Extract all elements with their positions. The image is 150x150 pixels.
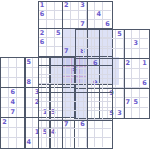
- cell-bottom-r7c6[interactable]: [87, 129, 95, 138]
- cell-right-r8c8[interactable]: [140, 108, 148, 118]
- cell-right-r3c6[interactable]: 2: [124, 59, 132, 69]
- cell-top-r0c0[interactable]: 1: [39, 2, 47, 11]
- cell-top-r4c3[interactable]: [63, 38, 71, 47]
- cell-bottom-r7c1[interactable]: [47, 129, 55, 138]
- cell-bottom-r8c6[interactable]: [87, 138, 95, 147]
- cell-bottom-r5c3[interactable]: [63, 111, 71, 120]
- cell-right-r1c8[interactable]: [140, 39, 148, 49]
- cell-bottom-r8c1[interactable]: [47, 138, 55, 147]
- cell-left-r6c1[interactable]: [9, 118, 17, 128]
- cell-right-r1c6[interactable]: [124, 39, 132, 49]
- cell-bottom-r0c6[interactable]: [87, 66, 95, 75]
- cell-left-r6c0[interactable]: 2: [1, 118, 9, 128]
- cell-right-r0c8[interactable]: [140, 30, 148, 40]
- cell-bottom-r5c4[interactable]: [71, 111, 79, 120]
- box-line: [38, 92, 113, 93]
- cell-bottom-r7c8[interactable]: [103, 129, 111, 138]
- box-line: [62, 65, 63, 149]
- cell-bottom-r0c0[interactable]: [39, 66, 47, 75]
- cell-right-r7c8[interactable]: [140, 98, 148, 108]
- cell-bottom-r7c0[interactable]: [39, 129, 47, 138]
- box-line: [87, 65, 88, 149]
- cell-right-r3c7[interactable]: [132, 59, 140, 69]
- cell-right-r3c8[interactable]: 1: [140, 59, 148, 69]
- cell-top-r0c6[interactable]: [87, 2, 95, 11]
- cell-top-r1c1[interactable]: [47, 11, 55, 20]
- cell-bottom-r6c0[interactable]: [39, 120, 47, 129]
- cell-bottom-r1c4[interactable]: [71, 75, 79, 84]
- cell-top-r3c1[interactable]: [47, 29, 55, 38]
- cell-top-r5c0[interactable]: [39, 47, 47, 56]
- cell-right-r0c4[interactable]: [108, 30, 116, 40]
- cell-top-r0c8[interactable]: [103, 2, 111, 11]
- cell-bottom-r4c7[interactable]: [95, 102, 103, 111]
- cell-left-r4c1[interactable]: 4: [9, 98, 17, 108]
- box-line: [38, 120, 113, 121]
- cell-right-r0c6[interactable]: [124, 30, 132, 40]
- cell-top-r1c6[interactable]: [87, 11, 95, 20]
- cell-right-r4c7[interactable]: [132, 69, 140, 79]
- cell-bottom-r3c6[interactable]: [87, 93, 95, 102]
- cell-right-r0c7[interactable]: [132, 30, 140, 40]
- cell-right-r5c6[interactable]: [124, 79, 132, 89]
- cell-top-r3c0[interactable]: 2: [39, 29, 47, 38]
- cell-bottom-r6c7[interactable]: [95, 120, 103, 129]
- cell-bottom-r8c4[interactable]: [71, 138, 79, 147]
- cell-bottom-r0c4[interactable]: [71, 66, 79, 75]
- cell-right-r4c6[interactable]: [124, 69, 132, 79]
- cell-bottom-r0c8[interactable]: [103, 66, 111, 75]
- cell-left-r7c1[interactable]: [9, 128, 17, 138]
- cell-left-r7c3[interactable]: [25, 128, 33, 138]
- cell-bottom-r1c6[interactable]: [87, 75, 95, 84]
- cell-right-r7c6[interactable]: 7: [124, 98, 132, 108]
- cell-bottom-r5c6[interactable]: [87, 111, 95, 120]
- cell-right-r6c8[interactable]: [140, 88, 148, 98]
- cell-left-r8c1[interactable]: [9, 138, 17, 148]
- cell-bottom-r3c7[interactable]: [95, 93, 103, 102]
- cell-bottom-r8c3[interactable]: [63, 138, 71, 147]
- cell-left-r1c1[interactable]: [9, 68, 17, 78]
- cell-left-r0c1[interactable]: [9, 58, 17, 68]
- box-line: [75, 58, 150, 59]
- cell-right-r5c7[interactable]: [132, 79, 140, 89]
- cell-left-r3c1[interactable]: 6: [9, 88, 17, 98]
- cell-bottom-r3c8[interactable]: [103, 93, 111, 102]
- cell-right-r1c0[interactable]: [76, 39, 84, 49]
- cell-left-r5c0[interactable]: [1, 108, 9, 118]
- cell-bottom-r5c0[interactable]: [39, 111, 47, 120]
- cell-top-r0c7[interactable]: [95, 2, 103, 11]
- cell-left-r8c0[interactable]: [1, 138, 9, 148]
- cell-bottom-r7c7[interactable]: [95, 129, 103, 138]
- cell-top-r4c1[interactable]: [47, 38, 55, 47]
- cell-bottom-r0c1[interactable]: [47, 66, 55, 75]
- cell-left-r7c0[interactable]: [1, 128, 9, 138]
- cell-left-r5c1[interactable]: 7: [9, 108, 17, 118]
- cell-top-r5c1[interactable]: [47, 47, 55, 56]
- cell-right-r5c8[interactable]: 6: [140, 79, 148, 89]
- cell-bottom-r3c3[interactable]: [63, 93, 71, 102]
- cell-bottom-r6c3[interactable]: 7: [63, 120, 71, 129]
- cell-bottom-r3c0[interactable]: [39, 93, 47, 102]
- cell-left-r1c0[interactable]: [1, 68, 9, 78]
- cell-bottom-r6c8[interactable]: [103, 120, 111, 129]
- cell-bottom-r4c0[interactable]: [39, 102, 47, 111]
- cell-left-r0c3[interactable]: 5: [25, 58, 33, 68]
- cell-bottom-r4c1[interactable]: [47, 102, 55, 111]
- cell-bottom-r7c3[interactable]: [63, 129, 71, 138]
- cell-bottom-r6c6[interactable]: [87, 120, 95, 129]
- cell-right-r1c1[interactable]: [84, 39, 92, 49]
- cell-bottom-r4c8[interactable]: [103, 102, 111, 111]
- cell-top-r1c0[interactable]: 6: [39, 11, 47, 20]
- cell-left-r6c3[interactable]: [25, 118, 33, 128]
- cell-right-r1c4[interactable]: [108, 39, 116, 49]
- cell-bottom-r1c3[interactable]: [63, 75, 71, 84]
- sudoku-grid-bottom: 76: [38, 65, 113, 149]
- cell-right-r1c7[interactable]: 3: [132, 39, 140, 49]
- cell-bottom-r4c4[interactable]: [71, 102, 79, 111]
- cell-bottom-r4c3[interactable]: [63, 102, 71, 111]
- cell-right-r8c6[interactable]: [124, 108, 132, 118]
- cell-bottom-r8c8[interactable]: [103, 138, 111, 147]
- cell-bottom-r0c3[interactable]: [63, 66, 71, 75]
- cell-right-r0c3[interactable]: [100, 30, 108, 40]
- cell-top-r3c3[interactable]: [63, 29, 71, 38]
- cell-bottom-r7c4[interactable]: [71, 129, 79, 138]
- puzzle-board: 1236476256789586342715215445362196975537…: [0, 0, 150, 150]
- cell-top-r1c7[interactable]: 4: [95, 11, 103, 20]
- cell-bottom-r8c7[interactable]: [95, 138, 103, 147]
- cell-left-r5c3[interactable]: [25, 108, 33, 118]
- cell-bottom-r5c8[interactable]: [103, 111, 111, 120]
- box-line: [124, 29, 125, 120]
- cell-top-r1c8[interactable]: [103, 11, 111, 20]
- cell-bottom-r6c4[interactable]: [71, 120, 79, 129]
- cell-top-r5c3[interactable]: 7: [63, 47, 71, 56]
- cell-bottom-r8c0[interactable]: [39, 138, 47, 147]
- cell-top-r0c1[interactable]: [47, 2, 55, 11]
- cell-top-r0c3[interactable]: 2: [63, 2, 71, 11]
- cell-left-r1c3[interactable]: [25, 68, 33, 78]
- cell-left-r4c0[interactable]: [1, 98, 9, 108]
- cell-top-r1c3[interactable]: [63, 11, 71, 20]
- cell-bottom-r1c0[interactable]: [39, 75, 47, 84]
- cell-top-r0c4[interactable]: [71, 2, 79, 11]
- box-line: [24, 57, 25, 149]
- cell-right-r0c0[interactable]: [76, 30, 84, 40]
- cell-right-r4c8[interactable]: [140, 69, 148, 79]
- cell-right-r6c6[interactable]: [124, 88, 132, 98]
- cell-left-r8c3[interactable]: 4: [25, 138, 33, 148]
- cell-right-r1c3[interactable]: [100, 39, 108, 49]
- cell-left-r4c3[interactable]: [25, 98, 33, 108]
- cell-bottom-r0c7[interactable]: [95, 66, 103, 75]
- cell-bottom-r6c1[interactable]: [47, 120, 55, 129]
- cell-bottom-r1c8[interactable]: [103, 75, 111, 84]
- cell-right-r6c7[interactable]: [132, 88, 140, 98]
- cell-bottom-r3c4[interactable]: [71, 93, 79, 102]
- cell-bottom-r3c1[interactable]: [47, 93, 55, 102]
- cell-top-r1c4[interactable]: [71, 11, 79, 20]
- cell-bottom-r1c1[interactable]: [47, 75, 55, 84]
- cell-top-r4c0[interactable]: 6: [39, 38, 47, 47]
- cell-bottom-r1c7[interactable]: [95, 75, 103, 84]
- cell-left-r0c0[interactable]: [1, 58, 9, 68]
- cell-left-r3c0[interactable]: [1, 88, 9, 98]
- cell-bottom-r5c7[interactable]: [95, 111, 103, 120]
- cell-left-r3c3[interactable]: [25, 88, 33, 98]
- cell-right-r0c1[interactable]: [84, 30, 92, 40]
- cell-right-r7c7[interactable]: 5: [132, 98, 140, 108]
- cell-right-r8c7[interactable]: [132, 108, 140, 118]
- cell-bottom-r5c1[interactable]: [47, 111, 55, 120]
- cell-bottom-r4c6[interactable]: [87, 102, 95, 111]
